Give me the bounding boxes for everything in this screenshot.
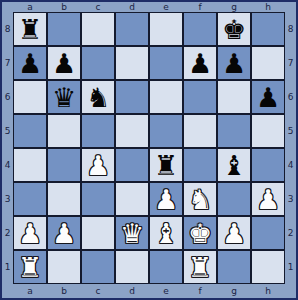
square-e4[interactable]: ♜ [150,149,182,181]
square-g2[interactable]: ♟ [218,217,250,249]
square-c5[interactable] [82,115,114,147]
piece-black-pawn-h6[interactable]: ♟ [256,84,280,111]
square-a6[interactable] [14,81,46,113]
piece-black-rook-a8[interactable]: ♜ [18,16,42,43]
chess-diagram: abcdefgh 87654321 ♜♚♟♟♟♟♛♞♟♟♜♝♟♞♟♟♟♛♝♚♟♜… [0,0,298,300]
square-h6[interactable]: ♟ [252,81,284,113]
file-label-bottom-f: f [183,284,217,298]
square-f4[interactable] [184,149,216,181]
square-a1[interactable]: ♜ [14,251,46,283]
square-b8[interactable] [48,13,80,45]
piece-white-pawn-c4[interactable]: ♟ [86,152,110,179]
square-h8[interactable] [252,13,284,45]
rank-label-left-8: 8 [2,12,13,46]
square-e5[interactable] [150,115,182,147]
square-f8[interactable] [184,13,216,45]
square-d7[interactable] [116,47,148,79]
square-e3[interactable]: ♟ [150,183,182,215]
file-label-bottom-b: b [47,284,81,298]
rank-label-left-3: 3 [2,182,13,216]
square-f5[interactable] [184,115,216,147]
file-label-bottom-h: h [251,284,285,298]
rank-label-right-3: 3 [285,182,296,216]
square-d4[interactable] [116,149,148,181]
file-label-top-d: d [115,2,149,12]
file-labels-bottom: abcdefgh [13,284,285,298]
square-b2[interactable]: ♟ [48,217,80,249]
square-d2[interactable]: ♛ [116,217,148,249]
rank-label-right-4: 4 [285,148,296,182]
rank-labels-left: 87654321 [2,12,13,284]
square-f2[interactable]: ♚ [184,217,216,249]
square-b1[interactable] [48,251,80,283]
file-label-top-c: c [81,2,115,12]
rank-label-left-7: 7 [2,46,13,80]
piece-white-rook-a1[interactable]: ♜ [18,254,42,281]
square-g7[interactable]: ♟ [218,47,250,79]
file-label-top-e: e [149,2,183,12]
file-label-bottom-g: g [217,284,251,298]
rank-label-left-6: 6 [2,80,13,114]
square-h3[interactable]: ♟ [252,183,284,215]
square-a8[interactable]: ♜ [14,13,46,45]
square-f7[interactable]: ♟ [184,47,216,79]
square-c8[interactable] [82,13,114,45]
square-d6[interactable] [116,81,148,113]
rank-label-right-5: 5 [285,114,296,148]
file-label-top-b: b [47,2,81,12]
piece-black-rook-e4[interactable]: ♜ [154,152,178,179]
rank-label-left-2: 2 [2,216,13,250]
square-h2[interactable] [252,217,284,249]
rank-label-right-6: 6 [285,80,296,114]
square-g3[interactable] [218,183,250,215]
piece-white-king-f2[interactable]: ♚ [188,220,212,247]
piece-white-bishop-e2[interactable]: ♝ [154,220,178,247]
square-e7[interactable] [150,47,182,79]
piece-black-knight-c6[interactable]: ♞ [86,84,110,111]
file-label-bottom-d: d [115,284,149,298]
square-a4[interactable] [14,149,46,181]
square-g4[interactable]: ♝ [218,149,250,181]
file-label-bottom-c: c [81,284,115,298]
file-labels-top: abcdefgh [13,2,285,12]
piece-white-pawn-e3[interactable]: ♟ [154,186,178,213]
square-g1[interactable] [218,251,250,283]
file-label-bottom-e: e [149,284,183,298]
rank-label-right-8: 8 [285,12,296,46]
piece-black-pawn-a7[interactable]: ♟ [18,50,42,77]
square-d3[interactable] [116,183,148,215]
square-f6[interactable] [184,81,216,113]
square-c1[interactable] [82,251,114,283]
rank-label-left-5: 5 [2,114,13,148]
piece-white-pawn-g2[interactable]: ♟ [222,220,246,247]
square-a2[interactable]: ♟ [14,217,46,249]
rank-label-left-4: 4 [2,148,13,182]
square-c4[interactable]: ♟ [82,149,114,181]
square-e6[interactable] [150,81,182,113]
file-label-top-a: a [13,2,47,12]
square-a3[interactable] [14,183,46,215]
piece-white-pawn-a2[interactable]: ♟ [18,220,42,247]
square-a5[interactable] [14,115,46,147]
square-c6[interactable]: ♞ [82,81,114,113]
square-c3[interactable] [82,183,114,215]
square-f1[interactable]: ♜ [184,251,216,283]
piece-black-bishop-g4[interactable]: ♝ [222,152,246,179]
square-d5[interactable] [116,115,148,147]
rank-labels-right: 87654321 [285,12,296,284]
rank-label-left-1: 1 [2,250,13,284]
file-label-bottom-a: a [13,284,47,298]
square-d8[interactable] [116,13,148,45]
square-h5[interactable] [252,115,284,147]
square-e1[interactable] [150,251,182,283]
square-a7[interactable]: ♟ [14,47,46,79]
square-e8[interactable] [150,13,182,45]
piece-black-queen-b6[interactable]: ♛ [52,84,76,111]
piece-black-king-g8[interactable]: ♚ [222,16,246,43]
rank-label-right-2: 2 [285,216,296,250]
file-label-top-g: g [217,2,251,12]
square-e2[interactable]: ♝ [150,217,182,249]
chess-board: ♜♚♟♟♟♟♛♞♟♟♜♝♟♞♟♟♟♛♝♚♟♜♜ [13,12,285,284]
square-d1[interactable] [116,251,148,283]
square-g6[interactable] [218,81,250,113]
piece-white-pawn-b2[interactable]: ♟ [52,220,76,247]
square-b5[interactable] [48,115,80,147]
square-b3[interactable] [48,183,80,215]
square-b6[interactable]: ♛ [48,81,80,113]
square-h4[interactable] [252,149,284,181]
piece-white-queen-d2[interactable]: ♛ [120,220,144,247]
piece-white-rook-f1[interactable]: ♜ [188,254,212,281]
piece-black-pawn-b7[interactable]: ♟ [52,50,76,77]
square-f3[interactable]: ♞ [184,183,216,215]
square-h1[interactable] [252,251,284,283]
square-c2[interactable] [82,217,114,249]
square-c7[interactable] [82,47,114,79]
piece-white-knight-f3[interactable]: ♞ [188,186,212,213]
square-g8[interactable]: ♚ [218,13,250,45]
file-label-top-h: h [251,2,285,12]
piece-white-pawn-h3[interactable]: ♟ [256,186,280,213]
square-b7[interactable]: ♟ [48,47,80,79]
square-g5[interactable] [218,115,250,147]
piece-black-pawn-g7[interactable]: ♟ [222,50,246,77]
file-label-top-f: f [183,2,217,12]
square-h7[interactable] [252,47,284,79]
piece-black-pawn-f7[interactable]: ♟ [188,50,212,77]
rank-label-right-7: 7 [285,46,296,80]
square-b4[interactable] [48,149,80,181]
rank-label-right-1: 1 [285,250,296,284]
